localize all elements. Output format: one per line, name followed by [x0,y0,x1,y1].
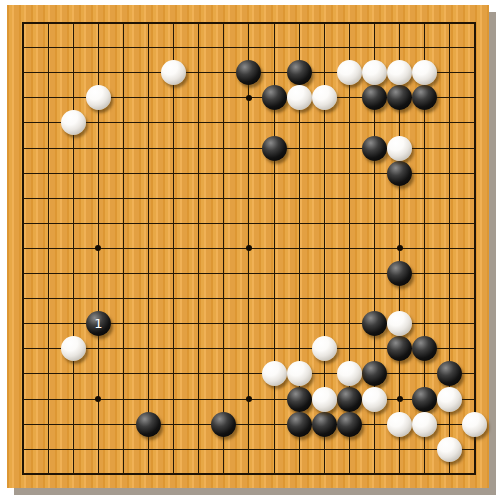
stone-white-c2r4 [61,110,86,135]
stone-white-c15r16 [387,412,412,437]
stone-white-c13r2 [337,60,362,85]
stone-white-c11r3 [287,85,312,110]
stone-white-c14r2 [362,60,387,85]
stone-black-c14r5 [362,136,387,161]
hoshi-9-3 [246,95,252,101]
stone-white-c3r3 [86,85,111,110]
stone-white-c11r14 [287,361,312,386]
stone-black-c10r5 [262,136,287,161]
move-number-label: 1 [94,317,102,330]
stone-white-c2r13 [61,336,86,361]
stone-white-c12r15 [312,387,337,412]
hoshi-15-15 [397,396,403,402]
stone-black-c13r16 [337,412,362,437]
grid-line-h-11 [23,298,475,299]
stone-white-c15r5 [387,136,412,161]
go-board[interactable]: 1 [7,5,489,488]
stone-black-c11r16 [287,412,312,437]
stone-white-c18r16 [462,412,487,437]
stone-black-c8r16 [211,412,236,437]
stone-black-c3r12: 1 [86,311,111,336]
hoshi-9-15 [246,396,252,402]
stone-black-c11r15 [287,387,312,412]
page: 1 [0,0,500,500]
grid-line-h-17 [23,449,475,450]
grid-line-h-14 [23,373,475,374]
hoshi-15-9 [397,245,403,251]
stone-white-c17r17 [437,437,462,462]
stone-white-c12r3 [312,85,337,110]
stone-white-c17r15 [437,387,462,412]
stone-black-c10r3 [262,85,287,110]
stone-black-c11r2 [287,60,312,85]
stone-white-c14r15 [362,387,387,412]
stone-black-c15r6 [387,161,412,186]
stone-white-c16r16 [412,412,437,437]
stone-black-c15r10 [387,261,412,286]
stone-white-c10r14 [262,361,287,386]
stone-white-c12r13 [312,336,337,361]
stone-black-c14r12 [362,311,387,336]
stone-black-c5r16 [136,412,161,437]
stone-black-c12r16 [312,412,337,437]
stone-black-c13r15 [337,387,362,412]
stone-black-c16r15 [412,387,437,412]
